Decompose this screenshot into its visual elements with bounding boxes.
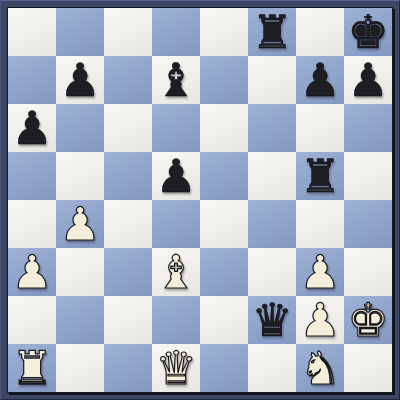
square-a6[interactable]: ♟ <box>8 104 56 152</box>
square-b1[interactable] <box>56 344 104 392</box>
square-b4[interactable]: ♟ <box>56 200 104 248</box>
square-a4[interactable] <box>8 200 56 248</box>
square-f8[interactable]: ♜ <box>248 8 296 56</box>
square-a3[interactable]: ♟ <box>8 248 56 296</box>
square-e5[interactable] <box>200 152 248 200</box>
square-h1[interactable] <box>344 344 392 392</box>
piece-white-pawn[interactable]: ♟ <box>59 200 100 248</box>
square-c5[interactable] <box>104 152 152 200</box>
piece-black-pawn[interactable]: ♟ <box>347 56 388 104</box>
piece-black-pawn[interactable]: ♟ <box>11 104 52 152</box>
piece-black-pawn[interactable]: ♟ <box>155 152 196 200</box>
square-h8[interactable]: ♚ <box>344 8 392 56</box>
square-c6[interactable] <box>104 104 152 152</box>
piece-black-bishop[interactable]: ♝ <box>155 56 196 104</box>
square-h7[interactable]: ♟ <box>344 56 392 104</box>
square-g2[interactable]: ♟ <box>296 296 344 344</box>
piece-white-bishop[interactable]: ♝ <box>155 248 196 296</box>
piece-white-pawn[interactable]: ♟ <box>11 248 52 296</box>
piece-white-rook[interactable]: ♜ <box>11 344 52 392</box>
square-b6[interactable] <box>56 104 104 152</box>
square-f2[interactable]: ♛ <box>248 296 296 344</box>
square-e6[interactable] <box>200 104 248 152</box>
square-d1[interactable]: ♛ <box>152 344 200 392</box>
square-e8[interactable] <box>200 8 248 56</box>
square-g8[interactable] <box>296 8 344 56</box>
piece-black-pawn[interactable]: ♟ <box>59 56 100 104</box>
square-c3[interactable] <box>104 248 152 296</box>
square-f1[interactable] <box>248 344 296 392</box>
square-g1[interactable]: ♞ <box>296 344 344 392</box>
square-b5[interactable] <box>56 152 104 200</box>
square-c4[interactable] <box>104 200 152 248</box>
square-b8[interactable] <box>56 8 104 56</box>
square-c1[interactable] <box>104 344 152 392</box>
square-g3[interactable]: ♟ <box>296 248 344 296</box>
square-h3[interactable] <box>344 248 392 296</box>
square-d2[interactable] <box>152 296 200 344</box>
square-h6[interactable] <box>344 104 392 152</box>
square-c8[interactable] <box>104 8 152 56</box>
square-h2[interactable]: ♚ <box>344 296 392 344</box>
square-g5[interactable]: ♜ <box>296 152 344 200</box>
square-f3[interactable] <box>248 248 296 296</box>
square-f5[interactable] <box>248 152 296 200</box>
piece-black-queen[interactable]: ♛ <box>251 296 292 344</box>
piece-white-knight[interactable]: ♞ <box>299 344 340 392</box>
square-g6[interactable] <box>296 104 344 152</box>
square-c2[interactable] <box>104 296 152 344</box>
square-e3[interactable] <box>200 248 248 296</box>
board-frame: ♜♚♟♝♟♟♟♟♜♟♟♝♟♛♟♚♜♛♞ <box>0 0 400 400</box>
piece-black-rook[interactable]: ♜ <box>251 8 292 56</box>
piece-black-rook[interactable]: ♜ <box>299 152 340 200</box>
piece-white-queen[interactable]: ♛ <box>155 344 196 392</box>
piece-white-king[interactable]: ♚ <box>347 296 388 344</box>
square-d5[interactable]: ♟ <box>152 152 200 200</box>
square-h4[interactable] <box>344 200 392 248</box>
square-a7[interactable] <box>8 56 56 104</box>
square-a1[interactable]: ♜ <box>8 344 56 392</box>
square-a2[interactable] <box>8 296 56 344</box>
chess-board: ♜♚♟♝♟♟♟♟♜♟♟♝♟♛♟♚♜♛♞ <box>8 8 392 392</box>
piece-white-pawn[interactable]: ♟ <box>299 296 340 344</box>
square-b7[interactable]: ♟ <box>56 56 104 104</box>
square-d8[interactable] <box>152 8 200 56</box>
square-f7[interactable] <box>248 56 296 104</box>
square-d7[interactable]: ♝ <box>152 56 200 104</box>
square-c7[interactable] <box>104 56 152 104</box>
square-d6[interactable] <box>152 104 200 152</box>
piece-black-pawn[interactable]: ♟ <box>299 56 340 104</box>
square-g7[interactable]: ♟ <box>296 56 344 104</box>
square-e4[interactable] <box>200 200 248 248</box>
square-b3[interactable] <box>56 248 104 296</box>
square-e7[interactable] <box>200 56 248 104</box>
square-e2[interactable] <box>200 296 248 344</box>
piece-white-pawn[interactable]: ♟ <box>299 248 340 296</box>
square-a8[interactable] <box>8 8 56 56</box>
square-a5[interactable] <box>8 152 56 200</box>
square-d3[interactable]: ♝ <box>152 248 200 296</box>
square-h5[interactable] <box>344 152 392 200</box>
square-e1[interactable] <box>200 344 248 392</box>
square-d4[interactable] <box>152 200 200 248</box>
square-g4[interactable] <box>296 200 344 248</box>
square-f4[interactable] <box>248 200 296 248</box>
square-f6[interactable] <box>248 104 296 152</box>
piece-black-king[interactable]: ♚ <box>347 8 388 56</box>
square-b2[interactable] <box>56 296 104 344</box>
